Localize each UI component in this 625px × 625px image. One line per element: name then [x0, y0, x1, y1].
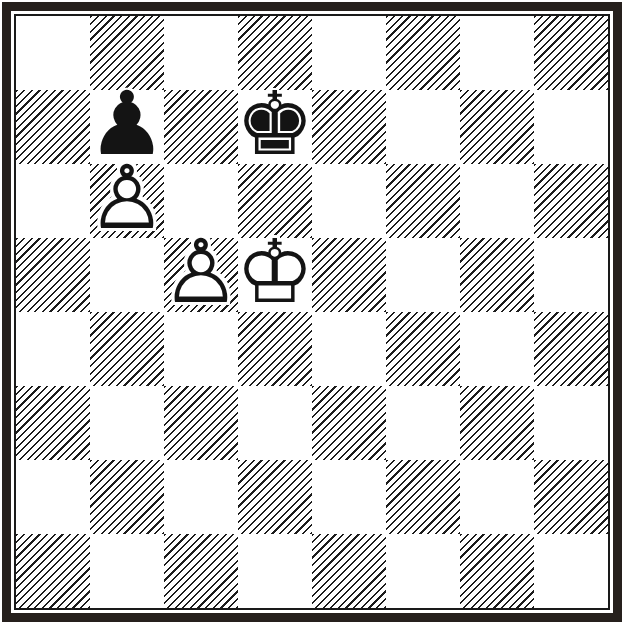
square-h7[interactable]	[534, 90, 608, 164]
square-c8[interactable]	[164, 16, 238, 90]
square-e4[interactable]	[312, 312, 386, 386]
board-inner-border: ♟♚♟♙♟♙♚♔	[14, 14, 610, 610]
square-d5[interactable]: ♚♔	[238, 238, 312, 312]
white-king[interactable]: ♚♔	[238, 238, 312, 312]
square-d1[interactable]	[238, 534, 312, 608]
square-g3[interactable]	[460, 386, 534, 460]
square-d4[interactable]	[238, 312, 312, 386]
square-e2[interactable]	[312, 460, 386, 534]
square-c7[interactable]	[164, 90, 238, 164]
square-a4[interactable]	[16, 312, 90, 386]
square-f3[interactable]	[386, 386, 460, 460]
square-a1[interactable]	[16, 534, 90, 608]
square-b2[interactable]	[90, 460, 164, 534]
square-g7[interactable]	[460, 90, 534, 164]
square-b5[interactable]	[90, 238, 164, 312]
square-h4[interactable]	[534, 312, 608, 386]
square-f7[interactable]	[386, 90, 460, 164]
square-a8[interactable]	[16, 16, 90, 90]
square-a5[interactable]	[16, 238, 90, 312]
square-c4[interactable]	[164, 312, 238, 386]
square-a2[interactable]	[16, 460, 90, 534]
square-f5[interactable]	[386, 238, 460, 312]
square-b1[interactable]	[90, 534, 164, 608]
square-g4[interactable]	[460, 312, 534, 386]
square-h2[interactable]	[534, 460, 608, 534]
square-f8[interactable]	[386, 16, 460, 90]
white-pawn-icon: ♙	[88, 154, 167, 242]
square-g6[interactable]	[460, 164, 534, 238]
square-e8[interactable]	[312, 16, 386, 90]
square-e5[interactable]	[312, 238, 386, 312]
square-f1[interactable]	[386, 534, 460, 608]
square-c3[interactable]	[164, 386, 238, 460]
square-h8[interactable]	[534, 16, 608, 90]
square-g1[interactable]	[460, 534, 534, 608]
square-h1[interactable]	[534, 534, 608, 608]
square-g8[interactable]	[460, 16, 534, 90]
board-frame: ♟♚♟♙♟♙♚♔	[2, 2, 622, 622]
square-h3[interactable]	[534, 386, 608, 460]
square-b6[interactable]: ♟♙	[90, 164, 164, 238]
square-g5[interactable]	[460, 238, 534, 312]
square-e1[interactable]	[312, 534, 386, 608]
white-pawn[interactable]: ♟♙	[90, 164, 164, 238]
square-f6[interactable]	[386, 164, 460, 238]
square-e3[interactable]	[312, 386, 386, 460]
square-f4[interactable]	[386, 312, 460, 386]
square-e7[interactable]	[312, 90, 386, 164]
square-b4[interactable]	[90, 312, 164, 386]
square-d7[interactable]: ♚	[238, 90, 312, 164]
square-f2[interactable]	[386, 460, 460, 534]
square-c2[interactable]	[164, 460, 238, 534]
square-a7[interactable]	[16, 90, 90, 164]
square-d3[interactable]	[238, 386, 312, 460]
square-c5[interactable]: ♟♙	[164, 238, 238, 312]
square-e6[interactable]	[312, 164, 386, 238]
white-pawn[interactable]: ♟♙	[164, 238, 238, 312]
square-h6[interactable]	[534, 164, 608, 238]
square-d2[interactable]	[238, 460, 312, 534]
square-a6[interactable]	[16, 164, 90, 238]
black-king[interactable]: ♚	[238, 90, 312, 164]
square-g2[interactable]	[460, 460, 534, 534]
black-king-icon: ♚	[236, 80, 315, 168]
square-h5[interactable]	[534, 238, 608, 312]
chess-board: ♟♚♟♙♟♙♚♔	[16, 16, 608, 608]
square-a3[interactable]	[16, 386, 90, 460]
white-pawn-icon: ♙	[162, 228, 241, 316]
white-king-icon: ♔	[236, 228, 315, 316]
square-c1[interactable]	[164, 534, 238, 608]
square-b3[interactable]	[90, 386, 164, 460]
